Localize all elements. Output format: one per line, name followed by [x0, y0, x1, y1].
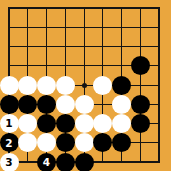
move-number-label: 1 [5, 118, 12, 129]
move-number-label: 2 [5, 138, 12, 149]
white-stone [93, 114, 112, 133]
board-edge-line-horizontal [8, 7, 160, 9]
black-stone [75, 153, 94, 172]
white-stone [37, 133, 56, 152]
white-stone [75, 95, 94, 114]
black-stone [131, 56, 150, 75]
grid-line-horizontal [8, 46, 160, 47]
white-stone [112, 95, 131, 114]
star-point [82, 83, 87, 88]
move-4-stone: 4 [37, 153, 56, 172]
black-stone [56, 153, 75, 172]
move-3-stone: 3 [0, 153, 19, 172]
black-stone [112, 133, 131, 152]
move-number-label: 4 [43, 157, 50, 168]
black-stone [37, 95, 56, 114]
black-stone [93, 133, 112, 152]
white-stone [56, 76, 75, 95]
black-stone [56, 114, 75, 133]
black-stone [37, 114, 56, 133]
white-stone [18, 76, 37, 95]
black-stone [131, 114, 150, 133]
black-stone [0, 95, 19, 114]
black-stone [112, 76, 131, 95]
white-stone [75, 114, 94, 133]
go-board-diagram: 1234 [0, 0, 171, 171]
move-number-label: 3 [5, 157, 12, 168]
white-stone [93, 76, 112, 95]
white-stone [0, 76, 19, 95]
white-stone [56, 95, 75, 114]
grid-line-horizontal [8, 27, 160, 28]
go-board: 1234 [0, 0, 171, 171]
white-stone [18, 133, 37, 152]
black-stone [18, 95, 37, 114]
white-stone [18, 114, 37, 133]
white-stone [112, 114, 131, 133]
move-2-stone: 2 [0, 133, 19, 152]
black-stone [56, 133, 75, 152]
black-stone [131, 95, 150, 114]
move-1-stone: 1 [0, 114, 19, 133]
white-stone [75, 133, 94, 152]
white-stone [37, 76, 56, 95]
